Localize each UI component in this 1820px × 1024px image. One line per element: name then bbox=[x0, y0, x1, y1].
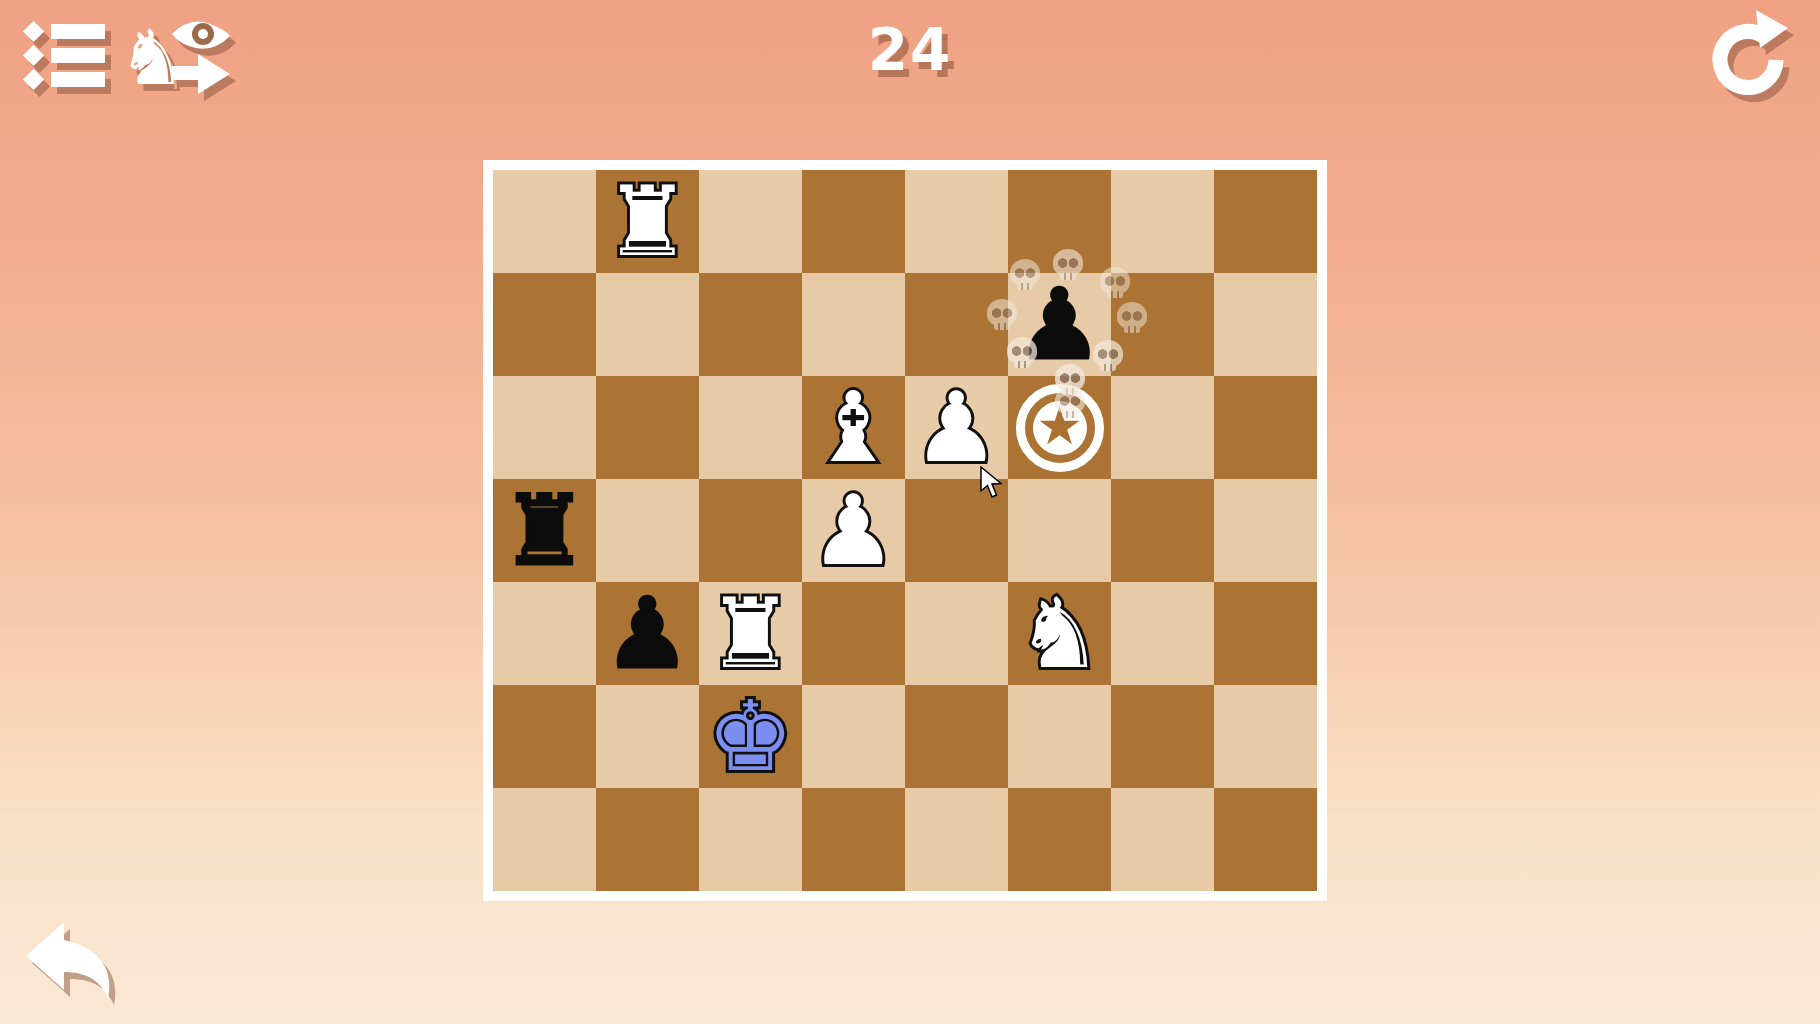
square-h2[interactable] bbox=[1214, 685, 1317, 788]
square-a1[interactable] bbox=[493, 788, 596, 891]
square-d4[interactable]: ♟ bbox=[802, 479, 905, 582]
skull-particle-icon bbox=[987, 299, 1017, 326]
square-c3[interactable]: ♜ bbox=[699, 582, 802, 685]
square-f3[interactable]: ♞ bbox=[1008, 582, 1111, 685]
square-c6[interactable] bbox=[699, 273, 802, 376]
square-b6[interactable] bbox=[596, 273, 699, 376]
square-h3[interactable] bbox=[1214, 582, 1317, 685]
square-g7[interactable] bbox=[1111, 170, 1214, 273]
square-g3[interactable] bbox=[1111, 582, 1214, 685]
restart-icon bbox=[1706, 8, 1790, 100]
square-d2[interactable] bbox=[802, 685, 905, 788]
game-screen: ♞ 24 ♜♟♝♟★♜♟♟♜♞♚ bbox=[0, 0, 1820, 1024]
square-b5[interactable] bbox=[596, 376, 699, 479]
square-f2[interactable] bbox=[1008, 685, 1111, 788]
piece-bR[interactable]: ♜ bbox=[501, 479, 588, 582]
square-c5[interactable] bbox=[699, 376, 802, 479]
square-d7[interactable] bbox=[802, 170, 905, 273]
square-d3[interactable] bbox=[802, 582, 905, 685]
square-c4[interactable] bbox=[699, 479, 802, 582]
skull-particle-icon bbox=[1117, 302, 1147, 329]
piece-wR[interactable]: ♜ bbox=[707, 582, 794, 685]
square-e2[interactable] bbox=[905, 685, 1008, 788]
piece-wN[interactable]: ♞ bbox=[1016, 582, 1103, 685]
restart-button[interactable] bbox=[1706, 8, 1790, 100]
square-c7[interactable] bbox=[699, 170, 802, 273]
square-h1[interactable] bbox=[1214, 788, 1317, 891]
square-e5[interactable]: ♟ bbox=[905, 376, 1008, 479]
square-d6[interactable] bbox=[802, 273, 905, 376]
square-e1[interactable] bbox=[905, 788, 1008, 891]
piece-wP[interactable]: ♟ bbox=[913, 376, 1000, 479]
skull-particle-icon bbox=[1093, 340, 1123, 367]
square-e3[interactable] bbox=[905, 582, 1008, 685]
mouse-cursor bbox=[980, 466, 1004, 498]
square-g1[interactable] bbox=[1111, 788, 1214, 891]
level-counter: 24 bbox=[0, 16, 1820, 84]
skull-particle-icon bbox=[1100, 267, 1130, 294]
square-h4[interactable] bbox=[1214, 479, 1317, 582]
skull-particle-icon bbox=[1010, 259, 1040, 286]
square-e7[interactable] bbox=[905, 170, 1008, 273]
square-b2[interactable] bbox=[596, 685, 699, 788]
piece-wB[interactable]: ♝ bbox=[810, 376, 897, 479]
square-g5[interactable] bbox=[1111, 376, 1214, 479]
square-b3[interactable]: ♟ bbox=[596, 582, 699, 685]
square-a4[interactable]: ♜ bbox=[493, 479, 596, 582]
skull-particle-icon bbox=[1007, 337, 1037, 364]
square-a2[interactable] bbox=[493, 685, 596, 788]
square-f4[interactable] bbox=[1008, 479, 1111, 582]
piece-wR[interactable]: ♜ bbox=[604, 170, 691, 273]
square-b4[interactable] bbox=[596, 479, 699, 582]
back-arrow-icon bbox=[20, 918, 116, 1004]
square-d1[interactable] bbox=[802, 788, 905, 891]
square-b1[interactable] bbox=[596, 788, 699, 891]
square-h7[interactable] bbox=[1214, 170, 1317, 273]
square-c1[interactable] bbox=[699, 788, 802, 891]
chess-board: ♜♟♝♟★♜♟♟♜♞♚ bbox=[483, 160, 1327, 901]
square-g2[interactable] bbox=[1111, 685, 1214, 788]
skull-particle-icon bbox=[1053, 249, 1083, 276]
square-a5[interactable] bbox=[493, 376, 596, 479]
skull-particle-icon bbox=[1055, 387, 1085, 414]
square-c2[interactable]: ♚ bbox=[699, 685, 802, 788]
square-a6[interactable] bbox=[493, 273, 596, 376]
back-button[interactable] bbox=[20, 918, 116, 1004]
piece-bP[interactable]: ♟ bbox=[604, 582, 691, 685]
square-h6[interactable] bbox=[1214, 273, 1317, 376]
square-a7[interactable] bbox=[493, 170, 596, 273]
piece-K[interactable]: ♚ bbox=[707, 685, 794, 788]
square-f1[interactable] bbox=[1008, 788, 1111, 891]
square-b7[interactable]: ♜ bbox=[596, 170, 699, 273]
square-h5[interactable] bbox=[1214, 376, 1317, 479]
square-d5[interactable]: ♝ bbox=[802, 376, 905, 479]
square-a3[interactable] bbox=[493, 582, 596, 685]
piece-wP[interactable]: ♟ bbox=[810, 479, 897, 582]
square-g4[interactable] bbox=[1111, 479, 1214, 582]
